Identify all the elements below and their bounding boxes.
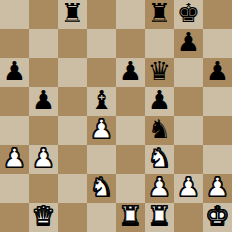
black-pawn-icon[interactable]: ♟ bbox=[148, 87, 171, 115]
square-h6[interactable]: ♟ bbox=[203, 58, 232, 87]
square-d4[interactable]: ♟ bbox=[87, 116, 116, 145]
square-f8[interactable]: ♜ bbox=[145, 0, 174, 29]
white-pawn-icon[interactable]: ♟ bbox=[90, 116, 113, 144]
square-d8[interactable] bbox=[87, 0, 116, 29]
white-pawn-icon[interactable]: ♟ bbox=[32, 145, 55, 173]
black-pawn-icon[interactable]: ♟ bbox=[32, 87, 55, 115]
square-e1[interactable]: ♜ bbox=[116, 203, 145, 232]
black-rook-icon[interactable]: ♜ bbox=[148, 0, 171, 28]
square-b4[interactable] bbox=[29, 116, 58, 145]
square-h1[interactable]: ♚ bbox=[203, 203, 232, 232]
chess-board: ♜♜♚♟♟♟♛♟♟♝♟♟♞♟♟♞♞♟♟♟♛♜♜♚ bbox=[0, 0, 232, 232]
square-b6[interactable] bbox=[29, 58, 58, 87]
square-g2[interactable]: ♟ bbox=[174, 174, 203, 203]
square-f3[interactable]: ♞ bbox=[145, 145, 174, 174]
square-c5[interactable] bbox=[58, 87, 87, 116]
square-c2[interactable] bbox=[58, 174, 87, 203]
square-d5[interactable]: ♝ bbox=[87, 87, 116, 116]
square-h5[interactable] bbox=[203, 87, 232, 116]
black-queen-icon[interactable]: ♛ bbox=[148, 58, 171, 86]
square-a1[interactable] bbox=[0, 203, 29, 232]
black-rook-icon[interactable]: ♜ bbox=[61, 0, 84, 28]
square-g4[interactable] bbox=[174, 116, 203, 145]
square-c1[interactable] bbox=[58, 203, 87, 232]
square-h2[interactable]: ♟ bbox=[203, 174, 232, 203]
square-b3[interactable]: ♟ bbox=[29, 145, 58, 174]
square-f7[interactable] bbox=[145, 29, 174, 58]
square-b1[interactable]: ♛ bbox=[29, 203, 58, 232]
square-e7[interactable] bbox=[116, 29, 145, 58]
black-knight-icon[interactable]: ♞ bbox=[148, 116, 171, 144]
square-a2[interactable] bbox=[0, 174, 29, 203]
square-g8[interactable]: ♚ bbox=[174, 0, 203, 29]
square-g5[interactable] bbox=[174, 87, 203, 116]
white-pawn-icon[interactable]: ♟ bbox=[177, 174, 200, 202]
square-e3[interactable] bbox=[116, 145, 145, 174]
square-d1[interactable] bbox=[87, 203, 116, 232]
square-e6[interactable]: ♟ bbox=[116, 58, 145, 87]
square-d6[interactable] bbox=[87, 58, 116, 87]
square-d2[interactable]: ♞ bbox=[87, 174, 116, 203]
white-knight-icon[interactable]: ♞ bbox=[148, 145, 171, 173]
square-g3[interactable] bbox=[174, 145, 203, 174]
black-pawn-icon[interactable]: ♟ bbox=[177, 29, 200, 57]
square-e8[interactable] bbox=[116, 0, 145, 29]
white-king-icon[interactable]: ♚ bbox=[206, 203, 229, 231]
white-rook-icon[interactable]: ♜ bbox=[148, 203, 171, 231]
square-d3[interactable] bbox=[87, 145, 116, 174]
square-f2[interactable]: ♟ bbox=[145, 174, 174, 203]
square-h4[interactable] bbox=[203, 116, 232, 145]
square-b5[interactable]: ♟ bbox=[29, 87, 58, 116]
white-rook-icon[interactable]: ♜ bbox=[119, 203, 142, 231]
square-f5[interactable]: ♟ bbox=[145, 87, 174, 116]
square-b7[interactable] bbox=[29, 29, 58, 58]
white-pawn-icon[interactable]: ♟ bbox=[148, 174, 171, 202]
square-g6[interactable] bbox=[174, 58, 203, 87]
white-pawn-icon[interactable]: ♟ bbox=[206, 174, 229, 202]
square-d7[interactable] bbox=[87, 29, 116, 58]
square-a5[interactable] bbox=[0, 87, 29, 116]
square-b2[interactable] bbox=[29, 174, 58, 203]
square-h8[interactable] bbox=[203, 0, 232, 29]
square-a8[interactable] bbox=[0, 0, 29, 29]
square-g7[interactable]: ♟ bbox=[174, 29, 203, 58]
square-c6[interactable] bbox=[58, 58, 87, 87]
square-c7[interactable] bbox=[58, 29, 87, 58]
black-pawn-icon[interactable]: ♟ bbox=[3, 58, 26, 86]
black-bishop-icon[interactable]: ♝ bbox=[90, 87, 113, 115]
black-pawn-icon[interactable]: ♟ bbox=[206, 58, 229, 86]
white-queen-icon[interactable]: ♛ bbox=[32, 203, 55, 231]
square-f4[interactable]: ♞ bbox=[145, 116, 174, 145]
square-a3[interactable]: ♟ bbox=[0, 145, 29, 174]
square-f6[interactable]: ♛ bbox=[145, 58, 174, 87]
black-pawn-icon[interactable]: ♟ bbox=[119, 58, 142, 86]
square-a7[interactable] bbox=[0, 29, 29, 58]
square-c4[interactable] bbox=[58, 116, 87, 145]
square-h7[interactable] bbox=[203, 29, 232, 58]
white-pawn-icon[interactable]: ♟ bbox=[3, 145, 26, 173]
square-c8[interactable]: ♜ bbox=[58, 0, 87, 29]
square-c3[interactable] bbox=[58, 145, 87, 174]
square-a4[interactable] bbox=[0, 116, 29, 145]
square-f1[interactable]: ♜ bbox=[145, 203, 174, 232]
square-e2[interactable] bbox=[116, 174, 145, 203]
square-a6[interactable]: ♟ bbox=[0, 58, 29, 87]
square-g1[interactable] bbox=[174, 203, 203, 232]
square-e4[interactable] bbox=[116, 116, 145, 145]
square-h3[interactable] bbox=[203, 145, 232, 174]
white-knight-icon[interactable]: ♞ bbox=[90, 174, 113, 202]
black-king-icon[interactable]: ♚ bbox=[177, 0, 200, 28]
square-b8[interactable] bbox=[29, 0, 58, 29]
square-e5[interactable] bbox=[116, 87, 145, 116]
